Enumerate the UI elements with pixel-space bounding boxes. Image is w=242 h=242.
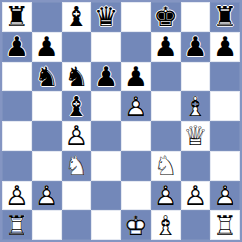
- black-queen: ♛: [91, 2, 121, 32]
- square-a2[interactable]: ♟♙: [2, 181, 32, 211]
- white-pawn: ♟♙: [151, 181, 181, 211]
- white-knight: ♞♘: [62, 151, 92, 181]
- white-pawn-outline: ♙: [151, 181, 181, 211]
- white-bishop: ♝♗: [151, 210, 181, 240]
- black-pawn-glyph: ♟: [32, 32, 62, 62]
- square-c5[interactable]: ♝: [62, 91, 92, 121]
- square-e2[interactable]: [121, 181, 151, 211]
- square-a4[interactable]: [2, 121, 32, 151]
- black-pawn-glyph: ♟: [121, 62, 151, 92]
- square-c8[interactable]: ♝: [62, 2, 92, 32]
- white-pawn: ♟♙: [2, 181, 32, 211]
- white-queen-outline: ♕: [181, 121, 211, 151]
- square-h4[interactable]: [210, 121, 240, 151]
- white-pawn-outline: ♙: [181, 181, 211, 211]
- square-h5[interactable]: [210, 91, 240, 121]
- black-king: ♚: [151, 2, 181, 32]
- square-f1[interactable]: ♝♗: [151, 210, 181, 240]
- square-c2[interactable]: [62, 181, 92, 211]
- square-c4[interactable]: ♟♙: [62, 121, 92, 151]
- square-d8[interactable]: ♛: [91, 2, 121, 32]
- square-e3[interactable]: [121, 151, 151, 181]
- square-a1[interactable]: ♜♖: [2, 210, 32, 240]
- square-b7[interactable]: ♟: [32, 32, 62, 62]
- black-rook-glyph: ♜: [210, 2, 240, 32]
- square-g7[interactable]: ♟: [181, 32, 211, 62]
- white-rook: ♜♖: [2, 210, 32, 240]
- square-g1[interactable]: [181, 210, 211, 240]
- black-knight-glyph: ♞: [62, 62, 92, 92]
- black-pawn-glyph: ♟: [151, 32, 181, 62]
- square-f3[interactable]: ♞♘: [151, 151, 181, 181]
- square-e7[interactable]: [121, 32, 151, 62]
- white-bishop-outline: ♗: [181, 91, 211, 121]
- black-pawn: ♟: [32, 32, 62, 62]
- square-f5[interactable]: [151, 91, 181, 121]
- white-king-outline: ♔: [121, 210, 151, 240]
- chess-board: ♜♝♛♚♜♟♟♟♟♟♞♞♟♟♝♟♙♝♗♟♙♛♕♞♘♞♘♟♙♟♙♟♙♟♙♟♙♜♖♚…: [0, 0, 242, 242]
- square-a3[interactable]: [2, 151, 32, 181]
- square-b4[interactable]: [32, 121, 62, 151]
- square-e1[interactable]: ♚♔: [121, 210, 151, 240]
- black-pawn: ♟: [121, 62, 151, 92]
- square-d1[interactable]: [91, 210, 121, 240]
- square-c7[interactable]: [62, 32, 92, 62]
- black-bishop: ♝: [62, 91, 92, 121]
- black-pawn: ♟: [210, 32, 240, 62]
- square-f6[interactable]: [151, 62, 181, 92]
- square-a5[interactable]: [2, 91, 32, 121]
- square-c6[interactable]: ♞: [62, 62, 92, 92]
- white-rook-outline: ♖: [210, 210, 240, 240]
- square-h8[interactable]: ♜: [210, 2, 240, 32]
- black-rook-glyph: ♜: [2, 2, 32, 32]
- square-b6[interactable]: ♞: [32, 62, 62, 92]
- square-d7[interactable]: [91, 32, 121, 62]
- square-e4[interactable]: [121, 121, 151, 151]
- square-b5[interactable]: [32, 91, 62, 121]
- white-king: ♚♔: [121, 210, 151, 240]
- square-f2[interactable]: ♟♙: [151, 181, 181, 211]
- square-d4[interactable]: [91, 121, 121, 151]
- white-pawn-outline: ♙: [32, 181, 62, 211]
- square-f4[interactable]: [151, 121, 181, 151]
- square-g3[interactable]: [181, 151, 211, 181]
- square-g4[interactable]: ♛♕: [181, 121, 211, 151]
- black-pawn-glyph: ♟: [181, 32, 211, 62]
- black-knight: ♞: [32, 62, 62, 92]
- black-pawn: ♟: [151, 32, 181, 62]
- square-h1[interactable]: ♜♖: [210, 210, 240, 240]
- square-g5[interactable]: ♝♗: [181, 91, 211, 121]
- white-pawn: ♟♙: [121, 91, 151, 121]
- black-knight: ♞: [62, 62, 92, 92]
- black-rook: ♜: [210, 2, 240, 32]
- white-bishop: ♝♗: [181, 91, 211, 121]
- white-knight-outline: ♘: [62, 151, 92, 181]
- square-g2[interactable]: ♟♙: [181, 181, 211, 211]
- white-pawn: ♟♙: [62, 121, 92, 151]
- white-pawn: ♟♙: [181, 181, 211, 211]
- black-pawn-glyph: ♟: [2, 32, 32, 62]
- square-c1[interactable]: [62, 210, 92, 240]
- square-h3[interactable]: [210, 151, 240, 181]
- square-g6[interactable]: [181, 62, 211, 92]
- black-pawn: ♟: [181, 32, 211, 62]
- square-a7[interactable]: ♟: [2, 32, 32, 62]
- white-pawn-outline: ♙: [210, 181, 240, 211]
- black-rook: ♜: [2, 2, 32, 32]
- square-f7[interactable]: ♟: [151, 32, 181, 62]
- square-a6[interactable]: [2, 62, 32, 92]
- black-bishop-glyph: ♝: [62, 2, 92, 32]
- black-pawn-glyph: ♟: [91, 62, 121, 92]
- square-a8[interactable]: ♜: [2, 2, 32, 32]
- white-rook-outline: ♖: [2, 210, 32, 240]
- square-h7[interactable]: ♟: [210, 32, 240, 62]
- square-b3[interactable]: [32, 151, 62, 181]
- square-b8[interactable]: [32, 2, 62, 32]
- black-bishop-glyph: ♝: [62, 91, 92, 121]
- chess-board-grid: ♜♝♛♚♜♟♟♟♟♟♞♞♟♟♝♟♙♝♗♟♙♛♕♞♘♞♘♟♙♟♙♟♙♟♙♟♙♜♖♚…: [2, 2, 240, 240]
- white-pawn-outline: ♙: [121, 91, 151, 121]
- black-pawn-glyph: ♟: [210, 32, 240, 62]
- white-pawn: ♟♙: [210, 181, 240, 211]
- black-pawn: ♟: [91, 62, 121, 92]
- black-bishop: ♝: [62, 2, 92, 32]
- black-king-glyph: ♚: [151, 2, 181, 32]
- white-pawn-outline: ♙: [62, 121, 92, 151]
- square-b2[interactable]: ♟♙: [32, 181, 62, 211]
- black-pawn: ♟: [2, 32, 32, 62]
- square-d5[interactable]: [91, 91, 121, 121]
- white-queen: ♛♕: [181, 121, 211, 151]
- black-knight-glyph: ♞: [32, 62, 62, 92]
- white-rook: ♜♖: [210, 210, 240, 240]
- white-pawn: ♟♙: [32, 181, 62, 211]
- white-bishop-outline: ♗: [151, 210, 181, 240]
- square-f8[interactable]: ♚: [151, 2, 181, 32]
- square-g8[interactable]: [181, 2, 211, 32]
- black-queen-glyph: ♛: [91, 2, 121, 32]
- square-d2[interactable]: [91, 181, 121, 211]
- square-d6[interactable]: ♟: [91, 62, 121, 92]
- square-e8[interactable]: [121, 2, 151, 32]
- square-b1[interactable]: [32, 210, 62, 240]
- white-pawn-outline: ♙: [2, 181, 32, 211]
- square-e6[interactable]: ♟: [121, 62, 151, 92]
- square-c3[interactable]: ♞♘: [62, 151, 92, 181]
- white-knight: ♞♘: [151, 151, 181, 181]
- square-h2[interactable]: ♟♙: [210, 181, 240, 211]
- square-d3[interactable]: [91, 151, 121, 181]
- white-knight-outline: ♘: [151, 151, 181, 181]
- square-h6[interactable]: [210, 62, 240, 92]
- square-e5[interactable]: ♟♙: [121, 91, 151, 121]
